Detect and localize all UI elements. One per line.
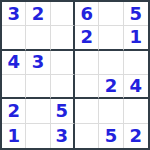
cell-r5c5[interactable] (99, 99, 123, 123)
cell-r5c3[interactable]: 5 (51, 99, 75, 123)
sudoku-board: 3 2 6 5 2 1 4 3 2 4 2 5 1 3 5 2 (0, 0, 150, 150)
cell-r3c3[interactable] (51, 51, 75, 75)
cell-r6c3[interactable]: 3 (51, 124, 75, 148)
cell-r2c2[interactable] (26, 26, 50, 50)
cell-r4c2[interactable] (26, 75, 50, 99)
cell-r6c6[interactable]: 2 (124, 124, 148, 148)
cell-r5c1[interactable]: 2 (2, 99, 26, 123)
cell-r5c6[interactable] (124, 99, 148, 123)
cell-r6c1[interactable]: 1 (2, 124, 26, 148)
cell-r2c6[interactable]: 1 (124, 26, 148, 50)
cell-r4c3[interactable] (51, 75, 75, 99)
cell-r1c4[interactable]: 6 (75, 2, 99, 26)
cell-r4c1[interactable] (2, 75, 26, 99)
cell-r1c6[interactable]: 5 (124, 2, 148, 26)
cell-r5c4[interactable] (75, 99, 99, 123)
cell-r2c5[interactable] (99, 26, 123, 50)
cell-r6c2[interactable] (26, 124, 50, 148)
cell-r2c3[interactable] (51, 26, 75, 50)
cell-r1c1[interactable]: 3 (2, 2, 26, 26)
cell-r6c4[interactable] (75, 124, 99, 148)
cell-r1c3[interactable] (51, 2, 75, 26)
cell-r5c2[interactable] (26, 99, 50, 123)
cell-r3c5[interactable] (99, 51, 123, 75)
cell-r4c5[interactable]: 2 (99, 75, 123, 99)
cell-r3c4[interactable] (75, 51, 99, 75)
cell-r3c2[interactable]: 3 (26, 51, 50, 75)
cell-r4c4[interactable] (75, 75, 99, 99)
cell-r3c1[interactable]: 4 (2, 51, 26, 75)
cell-r2c1[interactable] (2, 26, 26, 50)
cell-r6c5[interactable]: 5 (99, 124, 123, 148)
cell-r1c2[interactable]: 2 (26, 2, 50, 26)
cell-r3c6[interactable] (124, 51, 148, 75)
cell-r4c6[interactable]: 4 (124, 75, 148, 99)
cell-r2c4[interactable]: 2 (75, 26, 99, 50)
cell-r1c5[interactable] (99, 2, 123, 26)
